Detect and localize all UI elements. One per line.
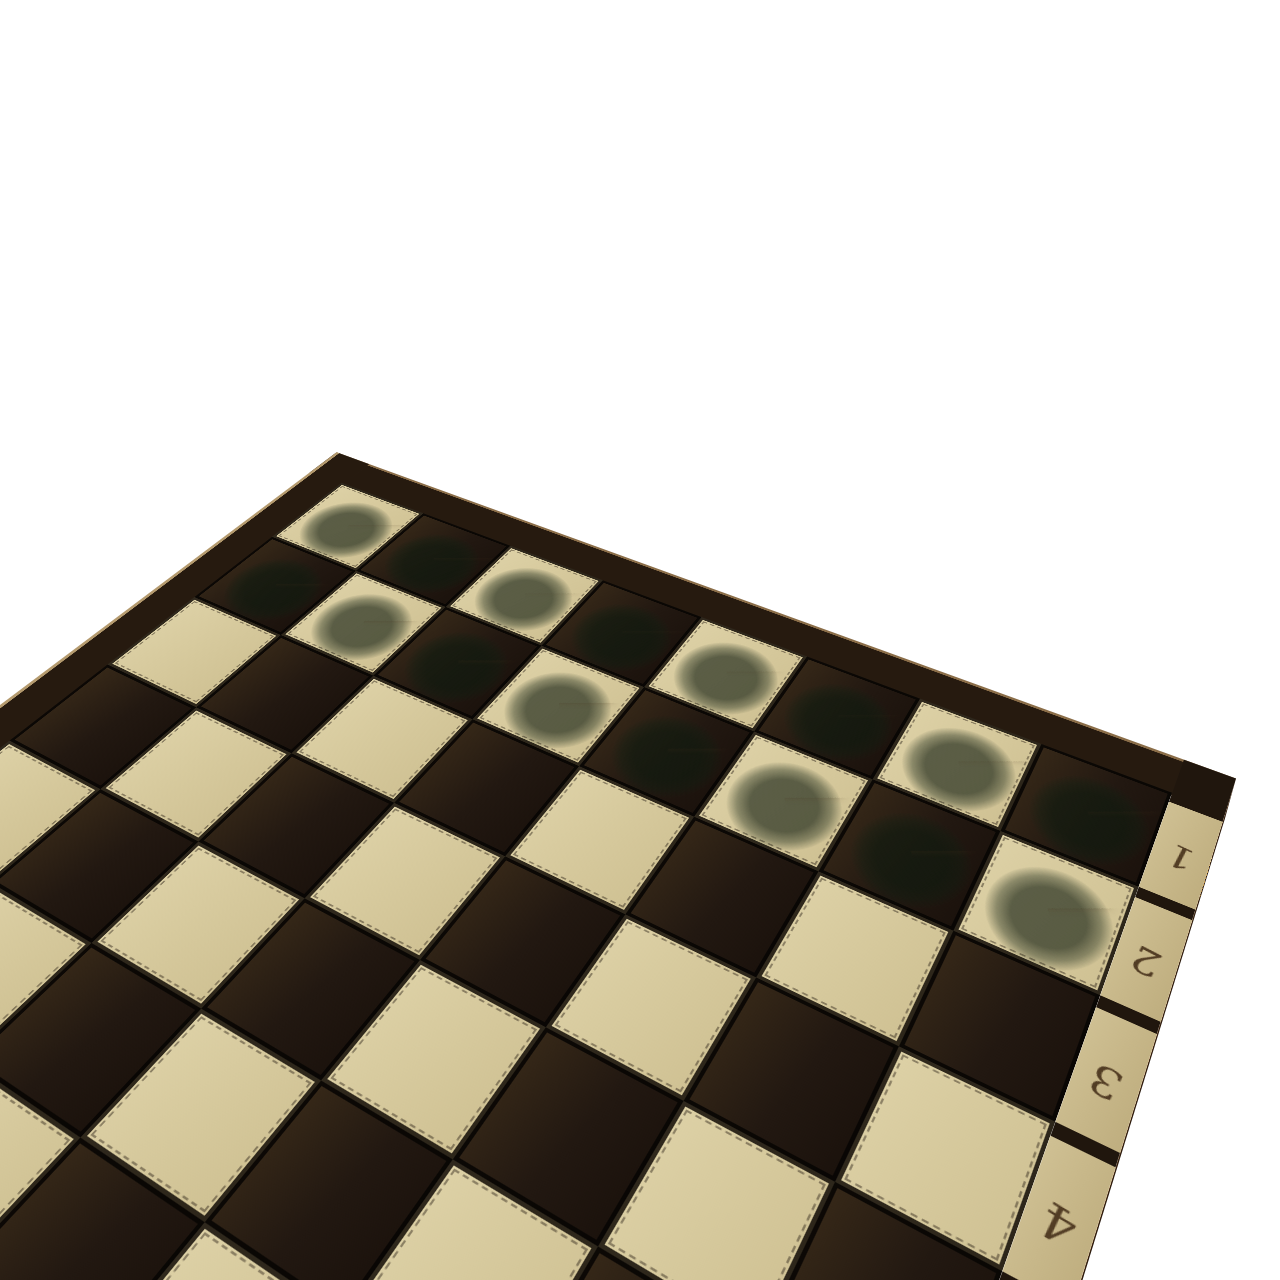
square — [453, 1027, 684, 1246]
square — [205, 1080, 453, 1280]
square — [684, 977, 899, 1181]
square — [342, 1159, 598, 1280]
rank-label: 1 — [1146, 830, 1216, 886]
board-frame-near — [0, 1144, 738, 1280]
square — [835, 1046, 1055, 1271]
square — [759, 1182, 1002, 1280]
square — [0, 943, 201, 1138]
square — [496, 1246, 759, 1280]
square — [598, 1101, 835, 1280]
chess-set-photo: 12345678 ♜♞♝✚♚♛♝♞♜♟♟♟♟♟♟♟♟ — [0, 0, 1280, 1280]
square — [66, 1222, 343, 1280]
rank-label-cell-4: 4 — [1002, 1122, 1120, 1280]
rank-label-cell-5: 5 — [939, 1271, 1072, 1280]
square — [321, 960, 546, 1159]
square — [0, 1061, 80, 1280]
chess-board: 12345678 ♜♞♝✚♚♛♝♞♜♟♟♟♟♟♟♟♟ — [0, 452, 1236, 1280]
square — [0, 1137, 205, 1280]
square — [80, 1009, 321, 1223]
